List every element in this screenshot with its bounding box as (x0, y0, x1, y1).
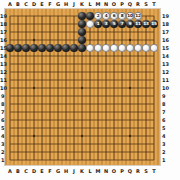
stone-black-D15[interactable] (30, 44, 37, 51)
coord-label-right-13: 13 (162, 61, 171, 67)
coord-label-left-5: 5 (0, 125, 5, 131)
stone-white-P19[interactable]: 8 (118, 12, 125, 19)
stone-white-R19[interactable]: 12 (134, 12, 141, 19)
move-number: 1 (97, 22, 100, 26)
coord-label-left-15: 15 (0, 45, 5, 51)
stone-white-P15[interactable] (118, 44, 125, 51)
stone-black-R18[interactable]: 11 (134, 20, 141, 27)
coord-label-right-17: 17 (162, 29, 171, 35)
coord-label-bottom-G: G (54, 168, 62, 174)
coord-label-left-9: 9 (0, 93, 5, 99)
coord-label-bottom-L: L (86, 168, 94, 174)
coord-label-left-8: 8 (0, 101, 5, 107)
stone-white-R15[interactable] (134, 44, 141, 51)
stone-black-K19[interactable] (78, 12, 85, 19)
move-number: 4 (105, 14, 108, 18)
coord-label-bottom-T: T (150, 168, 158, 174)
coord-label-top-N: N (102, 1, 110, 7)
coord-label-right-2: 2 (162, 149, 171, 155)
move-number: 12 (135, 14, 140, 18)
coord-label-left-18: 18 (0, 21, 5, 27)
stone-black-E15[interactable] (38, 44, 45, 51)
coord-label-bottom-M: M (94, 168, 102, 174)
coord-label-top-P: P (118, 1, 126, 7)
coord-label-bottom-D: D (30, 168, 38, 174)
stone-black-K16[interactable] (78, 36, 85, 43)
move-number: 8 (121, 14, 124, 18)
move-number: 15 (151, 22, 156, 26)
stone-white-O15[interactable] (110, 44, 117, 51)
coord-label-right-14: 14 (162, 53, 171, 59)
move-number: 7 (121, 22, 124, 26)
coord-label-top-T: T (150, 1, 158, 7)
coord-label-right-18: 18 (162, 21, 171, 27)
coord-label-top-B: B (14, 1, 22, 7)
coord-label-top-L: L (86, 1, 94, 7)
coord-label-right-3: 3 (162, 141, 171, 147)
coord-label-right-12: 12 (162, 69, 171, 75)
move-number: 13 (143, 22, 148, 26)
stone-black-N18[interactable]: 3 (102, 20, 109, 27)
stone-black-O18[interactable]: 5 (110, 20, 117, 27)
stone-white-T15[interactable] (150, 44, 157, 51)
coord-label-top-H: H (62, 1, 70, 7)
coord-label-bottom-N: N (102, 168, 110, 174)
stone-black-Q18[interactable]: 9 (126, 20, 133, 27)
coord-label-bottom-K: K (78, 168, 86, 174)
stone-black-S18[interactable]: 13 (142, 20, 149, 27)
coord-label-left-10: 10 (0, 85, 5, 91)
stone-white-Q19[interactable]: 10 (126, 12, 133, 19)
coord-label-bottom-E: E (38, 168, 46, 174)
coord-label-top-K: K (78, 1, 86, 7)
stone-black-T18[interactable]: 15 (150, 20, 157, 27)
stone-black-L19[interactable] (86, 12, 93, 19)
coord-label-left-7: 7 (0, 109, 5, 115)
move-number: 2 (97, 14, 100, 18)
coord-label-right-11: 11 (162, 77, 171, 83)
coord-label-left-17: 17 (0, 29, 5, 35)
stone-black-F15[interactable] (46, 44, 53, 51)
stone-white-Q15[interactable] (126, 44, 133, 51)
coord-label-bottom-R: R (134, 168, 142, 174)
coord-label-bottom-Q: Q (126, 168, 134, 174)
stone-white-M19[interactable]: 2 (94, 12, 101, 19)
coord-label-right-7: 7 (162, 109, 171, 115)
stone-black-G15[interactable] (54, 44, 61, 51)
coord-label-right-4: 4 (162, 133, 171, 139)
coord-label-right-16: 16 (162, 37, 171, 43)
coord-label-right-1: 1 (162, 157, 171, 163)
stone-white-O19[interactable]: 6 (110, 12, 117, 19)
move-number: 6 (113, 14, 116, 18)
coord-label-right-5: 5 (162, 125, 171, 131)
coord-label-left-4: 4 (0, 133, 5, 139)
coord-label-top-O: O (110, 1, 118, 7)
coord-label-top-S: S (142, 1, 150, 7)
coord-label-right-10: 10 (162, 85, 171, 91)
coord-label-right-19: 19 (162, 13, 171, 19)
move-number: 3 (105, 22, 108, 26)
coord-label-bottom-F: F (46, 168, 54, 174)
coord-label-left-12: 12 (0, 69, 5, 75)
stone-black-A15[interactable] (6, 44, 13, 51)
coord-label-left-3: 3 (0, 141, 5, 147)
stone-black-K15[interactable] (78, 44, 85, 51)
coord-label-right-15: 15 (162, 45, 171, 51)
coord-label-bottom-O: O (110, 168, 118, 174)
coord-label-top-A: A (6, 1, 14, 7)
coord-label-left-16: 16 (0, 37, 5, 43)
coord-label-bottom-C: C (22, 168, 30, 174)
coord-label-right-6: 6 (162, 117, 171, 123)
coord-label-bottom-J: J (70, 168, 78, 174)
stone-white-S15[interactable] (142, 44, 149, 51)
coord-label-top-G: G (54, 1, 62, 7)
coord-label-left-13: 13 (0, 61, 5, 67)
coord-label-top-M: M (94, 1, 102, 7)
coord-label-right-8: 8 (162, 101, 171, 107)
coord-label-left-6: 6 (0, 117, 5, 123)
coord-label-bottom-B: B (14, 168, 22, 174)
stone-black-P18[interactable]: 7 (118, 20, 125, 27)
go-board-stage: AABBCCDDEEFFGGHHJJKKLLMMNNOOPPQQRRSSTT19… (0, 0, 180, 180)
stone-black-B15[interactable] (14, 44, 21, 51)
coord-label-top-R: R (134, 1, 142, 7)
stone-white-L15[interactable] (86, 44, 93, 51)
coord-label-right-9: 9 (162, 93, 171, 99)
stone-black-C15[interactable] (22, 44, 29, 51)
coord-label-top-Q: Q (126, 1, 134, 7)
coord-label-left-11: 11 (0, 77, 5, 83)
coord-label-left-2: 2 (0, 149, 5, 155)
coord-label-left-14: 14 (0, 53, 5, 59)
move-number: 11 (135, 22, 140, 26)
stone-white-N15[interactable] (102, 44, 109, 51)
coord-label-top-E: E (38, 1, 46, 7)
coord-label-bottom-H: H (62, 168, 70, 174)
coord-label-left-1: 1 (0, 157, 5, 163)
coord-label-bottom-S: S (142, 168, 150, 174)
move-number: 5 (113, 22, 116, 26)
coord-label-top-J: J (70, 1, 78, 7)
coord-label-top-C: C (22, 1, 30, 7)
stone-white-M15[interactable] (94, 44, 101, 51)
move-number: 9 (129, 22, 132, 26)
stone-black-M18[interactable]: 1 (94, 20, 101, 27)
coord-label-top-F: F (46, 1, 54, 7)
stone-white-L18[interactable] (86, 20, 93, 27)
stone-black-K17[interactable] (78, 28, 85, 35)
stone-black-H15[interactable] (62, 44, 69, 51)
stone-black-J15[interactable] (70, 44, 77, 51)
coord-label-top-D: D (30, 1, 38, 7)
move-number: 10 (127, 14, 132, 18)
stone-white-N19[interactable]: 4 (102, 12, 109, 19)
coord-label-bottom-P: P (118, 168, 126, 174)
coord-label-bottom-A: A (6, 168, 14, 174)
stone-black-K18[interactable] (78, 20, 85, 27)
coord-label-left-19: 19 (0, 13, 5, 19)
